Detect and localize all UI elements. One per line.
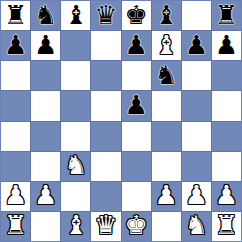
black-bishop[interactable]: ♝	[64, 2, 87, 28]
square-e1[interactable]: ♚	[122, 212, 151, 241]
square-h4[interactable]	[212, 122, 241, 151]
square-f1[interactable]	[152, 212, 181, 241]
square-a8[interactable]: ♜	[1, 1, 30, 30]
black-pawn[interactable]: ♟	[215, 32, 238, 58]
black-queen[interactable]: ♛	[94, 2, 117, 28]
white-pawn[interactable]: ♟	[215, 182, 238, 208]
square-e5[interactable]: ♟	[122, 91, 151, 120]
black-bishop[interactable]: ♝	[155, 2, 178, 28]
square-g1[interactable]: ♞	[182, 212, 211, 241]
square-a7[interactable]: ♟	[1, 31, 30, 60]
square-a5[interactable]	[1, 91, 30, 120]
chess-board: ♜♞♝♛♚♝♜♟♟♟♝♟♟♞♟♞♟♟♟♟♟♜♝♛♚♞♜	[0, 0, 242, 242]
square-g8[interactable]	[182, 1, 211, 30]
square-d4[interactable]	[91, 122, 120, 151]
square-a2[interactable]: ♟	[1, 182, 30, 211]
square-h7[interactable]: ♟	[212, 31, 241, 60]
white-pawn[interactable]: ♟	[155, 182, 178, 208]
square-f3[interactable]	[152, 152, 181, 181]
square-d6[interactable]	[91, 61, 120, 90]
square-c7[interactable]	[61, 31, 90, 60]
black-pawn[interactable]: ♟	[185, 32, 208, 58]
square-g7[interactable]: ♟	[182, 31, 211, 60]
white-pawn[interactable]: ♟	[185, 182, 208, 208]
white-rook[interactable]: ♜	[215, 212, 238, 238]
square-b2[interactable]: ♟	[31, 182, 60, 211]
square-f8[interactable]: ♝	[152, 1, 181, 30]
black-pawn[interactable]: ♟	[124, 92, 147, 118]
square-b7[interactable]: ♟	[31, 31, 60, 60]
square-b5[interactable]	[31, 91, 60, 120]
square-h6[interactable]	[212, 61, 241, 90]
square-g5[interactable]	[182, 91, 211, 120]
square-c1[interactable]: ♝	[61, 212, 90, 241]
white-bishop[interactable]: ♝	[64, 212, 87, 238]
square-d5[interactable]	[91, 91, 120, 120]
square-f2[interactable]: ♟	[152, 182, 181, 211]
black-pawn[interactable]: ♟	[4, 32, 27, 58]
white-queen[interactable]: ♛	[94, 212, 117, 238]
square-h2[interactable]: ♟	[212, 182, 241, 211]
black-knight[interactable]: ♞	[155, 62, 178, 88]
square-c6[interactable]	[61, 61, 90, 90]
white-knight[interactable]: ♞	[185, 212, 208, 238]
white-pawn[interactable]: ♟	[34, 182, 57, 208]
white-bishop[interactable]: ♝	[155, 32, 178, 58]
square-d1[interactable]: ♛	[91, 212, 120, 241]
square-g4[interactable]	[182, 122, 211, 151]
square-a1[interactable]: ♜	[1, 212, 30, 241]
square-g3[interactable]	[182, 152, 211, 181]
white-rook[interactable]: ♜	[4, 212, 27, 238]
square-h8[interactable]: ♜	[212, 1, 241, 30]
square-e6[interactable]	[122, 61, 151, 90]
square-d8[interactable]: ♛	[91, 1, 120, 30]
square-c4[interactable]	[61, 122, 90, 151]
square-b1[interactable]	[31, 212, 60, 241]
square-h1[interactable]: ♜	[212, 212, 241, 241]
white-pawn[interactable]: ♟	[4, 182, 27, 208]
square-b8[interactable]: ♞	[31, 1, 60, 30]
square-h3[interactable]	[212, 152, 241, 181]
square-c5[interactable]	[61, 91, 90, 120]
square-g2[interactable]: ♟	[182, 182, 211, 211]
black-rook[interactable]: ♜	[4, 2, 27, 28]
square-e2[interactable]	[122, 182, 151, 211]
square-a4[interactable]	[1, 122, 30, 151]
black-knight[interactable]: ♞	[34, 2, 57, 28]
square-e8[interactable]: ♚	[122, 1, 151, 30]
square-g6[interactable]	[182, 61, 211, 90]
square-f4[interactable]	[152, 122, 181, 151]
white-king[interactable]: ♚	[124, 212, 147, 238]
square-e3[interactable]	[122, 152, 151, 181]
square-f7[interactable]: ♝	[152, 31, 181, 60]
board-container: ♜♞♝♛♚♝♜♟♟♟♝♟♟♞♟♞♟♟♟♟♟♜♝♛♚♞♜	[0, 0, 242, 242]
square-a3[interactable]	[1, 152, 30, 181]
square-f5[interactable]	[152, 91, 181, 120]
square-b6[interactable]	[31, 61, 60, 90]
black-pawn[interactable]: ♟	[124, 32, 147, 58]
black-rook[interactable]: ♜	[215, 2, 238, 28]
square-e4[interactable]	[122, 122, 151, 151]
square-c8[interactable]: ♝	[61, 1, 90, 30]
square-b3[interactable]	[31, 152, 60, 181]
black-king[interactable]: ♚	[124, 2, 147, 28]
black-pawn[interactable]: ♟	[34, 32, 57, 58]
square-d2[interactable]	[91, 182, 120, 211]
square-h5[interactable]	[212, 91, 241, 120]
square-f6[interactable]: ♞	[152, 61, 181, 90]
square-e7[interactable]: ♟	[122, 31, 151, 60]
white-knight[interactable]: ♞	[64, 152, 87, 178]
square-b4[interactable]	[31, 122, 60, 151]
square-a6[interactable]	[1, 61, 30, 90]
square-c2[interactable]	[61, 182, 90, 211]
square-d3[interactable]	[91, 152, 120, 181]
square-c3[interactable]: ♞	[61, 152, 90, 181]
square-d7[interactable]	[91, 31, 120, 60]
